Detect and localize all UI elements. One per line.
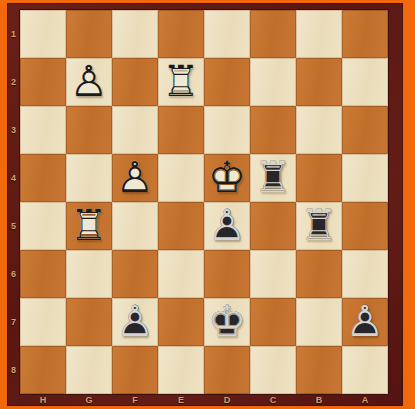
square-h4[interactable]	[20, 154, 66, 202]
square-a1[interactable]	[342, 10, 388, 58]
square-h1[interactable]	[20, 10, 66, 58]
square-c1[interactable]	[250, 10, 296, 58]
square-d6[interactable]	[204, 250, 250, 298]
square-c2[interactable]	[250, 58, 296, 106]
square-f2[interactable]	[112, 58, 158, 106]
square-b4[interactable]	[296, 154, 342, 202]
square-d8[interactable]	[204, 346, 250, 394]
square-g6[interactable]	[66, 250, 112, 298]
square-e4[interactable]	[158, 154, 204, 202]
piece-glyph-outline: ♙	[66, 58, 112, 106]
piece-glyph-outline: ♙	[112, 154, 158, 202]
square-c4[interactable]: ♜♖	[250, 154, 296, 202]
square-h5[interactable]	[20, 202, 66, 250]
square-f7[interactable]: ♟♙	[112, 298, 158, 346]
file-label-e: E	[158, 395, 204, 405]
file-label-h: H	[20, 395, 66, 405]
piece-glyph-outline: ♖	[296, 202, 342, 250]
square-e1[interactable]	[158, 10, 204, 58]
rank-label-2: 2	[7, 77, 20, 87]
rank-label-4: 4	[7, 173, 20, 183]
chess-board[interactable]: ♟♙♜♖♟♙♚♔♜♖♜♖♟♙♜♖♟♙♚♔♟♙	[20, 10, 388, 394]
rank-label-3: 3	[7, 125, 20, 135]
square-f4[interactable]: ♟♙	[112, 154, 158, 202]
app-window: { "game": "chess", "view": "from-black-s…	[0, 0, 415, 409]
rank-label-5: 5	[7, 221, 20, 231]
piece-glyph-outline: ♔	[204, 298, 250, 346]
piece-bP-a7[interactable]: ♟♙	[342, 298, 388, 346]
square-c3[interactable]	[250, 106, 296, 154]
rank-label-6: 6	[7, 269, 20, 279]
file-label-c: C	[250, 395, 296, 405]
square-f5[interactable]	[112, 202, 158, 250]
square-a6[interactable]	[342, 250, 388, 298]
square-h8[interactable]	[20, 346, 66, 394]
square-a7[interactable]: ♟♙	[342, 298, 388, 346]
piece-glyph-outline: ♖	[66, 202, 112, 250]
piece-glyph-outline: ♖	[158, 58, 204, 106]
square-h7[interactable]	[20, 298, 66, 346]
piece-glyph-outline: ♙	[204, 202, 250, 250]
square-b1[interactable]	[296, 10, 342, 58]
square-f1[interactable]	[112, 10, 158, 58]
square-b5[interactable]: ♜♖	[296, 202, 342, 250]
piece-bR-b5[interactable]: ♜♖	[296, 202, 342, 250]
square-a4[interactable]	[342, 154, 388, 202]
piece-glyph-outline: ♔	[204, 154, 250, 202]
square-c5[interactable]	[250, 202, 296, 250]
square-e8[interactable]	[158, 346, 204, 394]
square-f3[interactable]	[112, 106, 158, 154]
piece-glyph-outline: ♖	[250, 154, 296, 202]
square-c7[interactable]	[250, 298, 296, 346]
square-e3[interactable]	[158, 106, 204, 154]
square-g7[interactable]	[66, 298, 112, 346]
square-d5[interactable]: ♟♙	[204, 202, 250, 250]
square-a3[interactable]	[342, 106, 388, 154]
square-b6[interactable]	[296, 250, 342, 298]
square-g4[interactable]	[66, 154, 112, 202]
square-g5[interactable]: ♜♖	[66, 202, 112, 250]
square-e6[interactable]	[158, 250, 204, 298]
square-f8[interactable]	[112, 346, 158, 394]
square-d2[interactable]	[204, 58, 250, 106]
square-c8[interactable]	[250, 346, 296, 394]
square-h6[interactable]	[20, 250, 66, 298]
square-b7[interactable]	[296, 298, 342, 346]
square-a5[interactable]	[342, 202, 388, 250]
rank-label-7: 7	[7, 317, 20, 327]
piece-bR-c4[interactable]: ♜♖	[250, 154, 296, 202]
square-b3[interactable]	[296, 106, 342, 154]
piece-wP-g2[interactable]: ♟♙	[66, 58, 112, 106]
square-e5[interactable]	[158, 202, 204, 250]
square-g2[interactable]: ♟♙	[66, 58, 112, 106]
square-d7[interactable]: ♚♔	[204, 298, 250, 346]
square-a2[interactable]	[342, 58, 388, 106]
square-b8[interactable]	[296, 346, 342, 394]
square-d3[interactable]	[204, 106, 250, 154]
square-e2[interactable]: ♜♖	[158, 58, 204, 106]
piece-bP-f7[interactable]: ♟♙	[112, 298, 158, 346]
square-g1[interactable]	[66, 10, 112, 58]
square-h3[interactable]	[20, 106, 66, 154]
piece-wP-f4[interactable]: ♟♙	[112, 154, 158, 202]
square-a8[interactable]	[342, 346, 388, 394]
rank-label-1: 1	[7, 29, 20, 39]
piece-wR-e2[interactable]: ♜♖	[158, 58, 204, 106]
piece-wK-d4[interactable]: ♚♔	[204, 154, 250, 202]
rank-label-8: 8	[7, 365, 20, 375]
piece-wR-g5[interactable]: ♜♖	[66, 202, 112, 250]
file-label-d: D	[204, 395, 250, 405]
square-d1[interactable]	[204, 10, 250, 58]
file-label-g: G	[66, 395, 112, 405]
square-e7[interactable]	[158, 298, 204, 346]
piece-glyph-outline: ♙	[112, 298, 158, 346]
square-b2[interactable]	[296, 58, 342, 106]
square-h2[interactable]	[20, 58, 66, 106]
square-c6[interactable]	[250, 250, 296, 298]
piece-bP-d5[interactable]: ♟♙	[204, 202, 250, 250]
square-g3[interactable]	[66, 106, 112, 154]
file-label-a: A	[342, 395, 388, 405]
square-f6[interactable]	[112, 250, 158, 298]
square-g8[interactable]	[66, 346, 112, 394]
piece-glyph-outline: ♙	[342, 298, 388, 346]
file-label-f: F	[112, 395, 158, 405]
square-d4[interactable]: ♚♔	[204, 154, 250, 202]
file-label-b: B	[296, 395, 342, 405]
piece-bK-d7[interactable]: ♚♔	[204, 298, 250, 346]
